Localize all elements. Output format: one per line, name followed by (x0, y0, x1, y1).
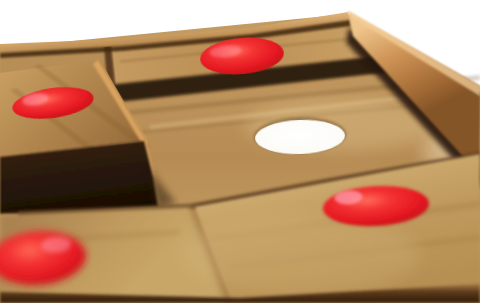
puzzle-photo-scene (0, 0, 480, 303)
board-svg (0, 0, 480, 303)
